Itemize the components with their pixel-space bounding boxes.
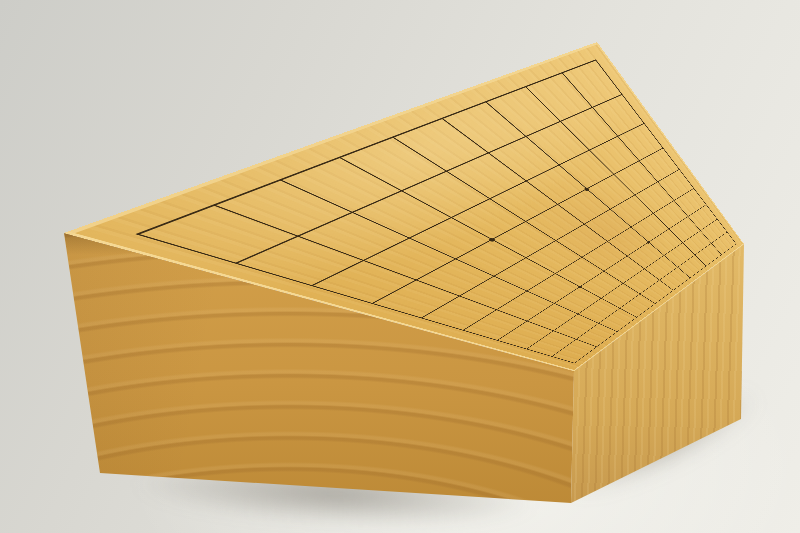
product-photo-scene	[0, 0, 800, 533]
